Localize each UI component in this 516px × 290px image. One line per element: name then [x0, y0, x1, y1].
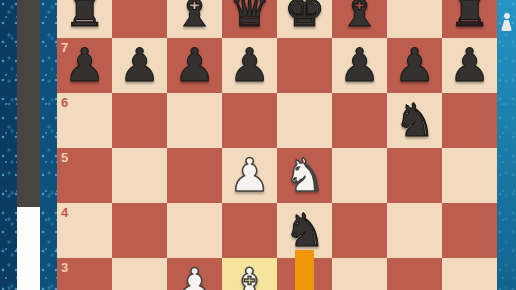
water-background-right	[497, 0, 516, 290]
square-c3[interactable]: ♟	[167, 258, 222, 290]
white-knight-e5[interactable]: ♞	[277, 148, 332, 203]
rank-label-6: 6	[61, 96, 68, 109]
black-pawn-f7[interactable]: ♟	[332, 38, 387, 93]
square-a6[interactable]: 6	[57, 93, 112, 148]
square-f8[interactable]: ♝	[332, 0, 387, 38]
square-h5[interactable]	[442, 148, 497, 203]
water-background-left	[0, 0, 17, 290]
black-pawn-a7[interactable]: ♟	[57, 38, 112, 93]
black-pawn-g7[interactable]: ♟	[387, 38, 442, 93]
square-b5[interactable]	[112, 148, 167, 203]
square-b7[interactable]: ♟	[112, 38, 167, 93]
square-g3[interactable]	[387, 258, 442, 290]
white-pawn-d5[interactable]: ♟	[222, 148, 277, 203]
black-rook-h8[interactable]: ♜	[442, 0, 497, 38]
square-g5[interactable]	[387, 148, 442, 203]
square-d8[interactable]: ♛	[222, 0, 277, 38]
black-pawn-h7[interactable]: ♟	[442, 38, 497, 93]
square-d4[interactable]	[222, 203, 277, 258]
black-pawn-b7[interactable]: ♟	[112, 38, 167, 93]
black-knight-g6[interactable]: ♞	[387, 93, 442, 148]
black-king-e8[interactable]: ♚	[277, 0, 332, 38]
square-d7[interactable]: ♟	[222, 38, 277, 93]
square-c8[interactable]: ♝	[167, 0, 222, 38]
square-c5[interactable]	[167, 148, 222, 203]
square-e7[interactable]	[277, 38, 332, 93]
square-e6[interactable]	[277, 93, 332, 148]
square-f5[interactable]	[332, 148, 387, 203]
square-e5[interactable]: ♞	[277, 148, 332, 203]
square-e8[interactable]: ♚	[277, 0, 332, 38]
square-h4[interactable]	[442, 203, 497, 258]
rank-label-5: 5	[61, 151, 68, 164]
square-g6[interactable]: ♞	[387, 93, 442, 148]
square-e4[interactable]: ♞	[277, 203, 332, 258]
square-d3[interactable]: ♝	[222, 258, 277, 290]
water-background-middle	[40, 0, 57, 290]
square-a7[interactable]: 7♟	[57, 38, 112, 93]
square-b6[interactable]	[112, 93, 167, 148]
black-queen-d8[interactable]: ♛	[222, 0, 277, 38]
square-g8[interactable]	[387, 0, 442, 38]
square-f3[interactable]	[332, 258, 387, 290]
square-f7[interactable]: ♟	[332, 38, 387, 93]
white-pawn-c3[interactable]: ♟	[167, 258, 222, 290]
rank-label-4: 4	[61, 206, 68, 219]
white-bishop-d3[interactable]: ♝	[222, 258, 277, 290]
square-b4[interactable]	[112, 203, 167, 258]
white-sidebar-bar	[17, 207, 40, 290]
square-a5[interactable]: 5	[57, 148, 112, 203]
square-f6[interactable]	[332, 93, 387, 148]
black-bishop-c8[interactable]: ♝	[167, 0, 222, 38]
chess-board[interactable]: 8♜♝♛♚♝♜7♟♟♟♟♟♟♟6♞5♟♞4♞3♟♝	[57, 0, 497, 290]
black-pawn-c7[interactable]: ♟	[167, 38, 222, 93]
sidebar-clipped-text: ···	[23, 0, 37, 3]
user-silhouette-icon	[500, 13, 513, 35]
square-h8[interactable]: ♜	[442, 0, 497, 38]
square-h6[interactable]	[442, 93, 497, 148]
square-c6[interactable]	[167, 93, 222, 148]
square-g7[interactable]: ♟	[387, 38, 442, 93]
black-rook-a8[interactable]: ♜	[57, 0, 112, 38]
black-pawn-d7[interactable]: ♟	[222, 38, 277, 93]
square-a4[interactable]: 4	[57, 203, 112, 258]
black-bishop-f8[interactable]: ♝	[332, 0, 387, 38]
square-d5[interactable]: ♟	[222, 148, 277, 203]
square-b8[interactable]	[112, 0, 167, 38]
square-d6[interactable]	[222, 93, 277, 148]
square-b3[interactable]	[112, 258, 167, 290]
black-knight-e4[interactable]: ♞	[277, 203, 332, 258]
square-a8[interactable]: 8♜	[57, 0, 112, 38]
square-a3[interactable]: 3	[57, 258, 112, 290]
square-c7[interactable]: ♟	[167, 38, 222, 93]
square-g4[interactable]	[387, 203, 442, 258]
video-frame: { "app": { "context": "chess video frame…	[0, 0, 516, 290]
square-c4[interactable]	[167, 203, 222, 258]
square-h7[interactable]: ♟	[442, 38, 497, 93]
square-h3[interactable]	[442, 258, 497, 290]
gray-sidebar-bar: ···	[17, 0, 40, 207]
square-f4[interactable]	[332, 203, 387, 258]
rank-label-3: 3	[61, 261, 68, 274]
